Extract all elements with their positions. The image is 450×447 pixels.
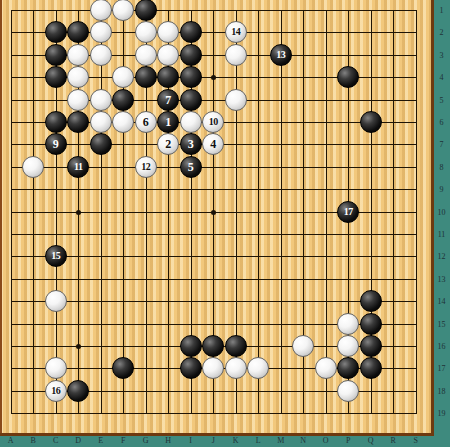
- stone-move-number: 3: [181, 134, 201, 154]
- column-label: O: [318, 436, 334, 446]
- stone-move-number: 5: [181, 157, 201, 177]
- go-stone-white[interactable]: [225, 44, 247, 66]
- go-stone-black[interactable]: 15: [45, 245, 67, 267]
- column-label: I: [183, 436, 199, 446]
- go-stone-white[interactable]: [22, 156, 44, 178]
- go-stone-white[interactable]: [135, 21, 157, 43]
- stone-move-number: 14: [226, 22, 246, 42]
- row-label: 5: [433, 96, 450, 105]
- go-stone-black[interactable]: [45, 66, 67, 88]
- go-stone-black[interactable]: [360, 290, 382, 312]
- column-label: J: [205, 436, 221, 446]
- stone-move-number: 11: [68, 157, 88, 177]
- column-label: R: [385, 436, 401, 446]
- column-label: F: [115, 436, 131, 446]
- go-stone-white[interactable]: [45, 357, 67, 379]
- row-label: 1: [433, 6, 450, 15]
- row-label: 18: [433, 387, 450, 396]
- grid-line-vertical: [393, 10, 394, 414]
- go-stone-white[interactable]: [90, 21, 112, 43]
- go-stone-black[interactable]: [67, 380, 89, 402]
- go-stone-black[interactable]: 9: [45, 133, 67, 155]
- go-stone-white[interactable]: [157, 44, 179, 66]
- go-stone-black[interactable]: [45, 44, 67, 66]
- column-label: Q: [363, 436, 379, 446]
- go-stone-white[interactable]: [337, 380, 359, 402]
- row-label: 4: [433, 73, 450, 82]
- go-stone-white[interactable]: 2: [157, 133, 179, 155]
- go-stone-white[interactable]: [67, 89, 89, 111]
- row-label: 8: [433, 163, 450, 172]
- stone-move-number: 10: [203, 112, 223, 132]
- go-stone-white[interactable]: [90, 44, 112, 66]
- go-stone-black[interactable]: [45, 111, 67, 133]
- go-stone-black[interactable]: 13: [270, 44, 292, 66]
- go-stone-black[interactable]: [135, 66, 157, 88]
- go-stone-black[interactable]: [180, 21, 202, 43]
- go-diagram: { "game": "go", "board": { "size": 19, "…: [0, 0, 450, 447]
- stone-move-number: 9: [46, 134, 66, 154]
- go-stone-white[interactable]: [135, 44, 157, 66]
- row-label: 6: [433, 118, 450, 127]
- go-stone-black[interactable]: 1: [157, 111, 179, 133]
- go-stone-black[interactable]: [45, 21, 67, 43]
- column-label: D: [70, 436, 86, 446]
- row-label: 7: [433, 140, 450, 149]
- grid-line-vertical: [326, 10, 327, 414]
- column-label: N: [295, 436, 311, 446]
- column-label: M: [273, 436, 289, 446]
- go-stone-white[interactable]: [45, 290, 67, 312]
- go-stone-white[interactable]: 12: [135, 156, 157, 178]
- grid-line-horizontal: [11, 279, 417, 280]
- column-label: L: [250, 436, 266, 446]
- row-label: 15: [433, 320, 450, 329]
- row-label: 13: [433, 275, 450, 284]
- stone-move-number: 17: [338, 202, 358, 222]
- row-label: 2: [433, 28, 450, 37]
- go-stone-black[interactable]: [360, 357, 382, 379]
- go-stone-black[interactable]: [90, 133, 112, 155]
- grid-line-horizontal: [11, 234, 417, 235]
- go-stone-white[interactable]: 6: [135, 111, 157, 133]
- stone-move-number: 7: [158, 90, 178, 110]
- go-stone-black[interactable]: [360, 335, 382, 357]
- go-stone-black[interactable]: [180, 66, 202, 88]
- row-label: 11: [433, 230, 450, 239]
- go-stone-black[interactable]: [180, 335, 202, 357]
- row-label: 19: [433, 409, 450, 418]
- go-stone-black[interactable]: 11: [67, 156, 89, 178]
- go-stone-black[interactable]: 7: [157, 89, 179, 111]
- go-stone-white[interactable]: 4: [202, 133, 224, 155]
- column-label: P: [340, 436, 356, 446]
- column-label: E: [93, 436, 109, 446]
- go-stone-white[interactable]: [90, 111, 112, 133]
- go-stone-white[interactable]: [225, 357, 247, 379]
- stone-move-number: 12: [136, 157, 156, 177]
- go-stone-black[interactable]: [360, 111, 382, 133]
- go-stone-white[interactable]: [90, 0, 112, 21]
- grid-line-horizontal: [11, 256, 417, 257]
- column-label: A: [3, 436, 19, 446]
- grid-line-horizontal: [11, 301, 417, 302]
- stone-move-number: 2: [158, 134, 178, 154]
- go-stone-white[interactable]: 14: [225, 21, 247, 43]
- column-label: G: [138, 436, 154, 446]
- stone-move-number: 13: [271, 45, 291, 65]
- board-left-edge: [0, 0, 2, 434]
- go-stone-white[interactable]: [225, 89, 247, 111]
- go-stone-white[interactable]: [180, 111, 202, 133]
- row-label: 12: [433, 252, 450, 261]
- grid-line-vertical: [281, 10, 282, 414]
- row-label: 10: [433, 208, 450, 217]
- go-stone-black[interactable]: 5: [180, 156, 202, 178]
- hoshi-point: [211, 210, 216, 215]
- go-stone-white[interactable]: 16: [45, 380, 67, 402]
- row-label: 3: [433, 51, 450, 60]
- row-label: 17: [433, 364, 450, 373]
- stone-move-number: 16: [46, 381, 66, 401]
- grid-line-horizontal: [11, 413, 417, 414]
- stone-move-number: 1: [158, 112, 178, 132]
- go-stone-white[interactable]: [337, 313, 359, 335]
- go-stone-black[interactable]: [360, 313, 382, 335]
- go-stone-black[interactable]: [135, 0, 157, 21]
- go-stone-black[interactable]: [180, 357, 202, 379]
- row-label: 16: [433, 342, 450, 351]
- hoshi-point: [76, 210, 81, 215]
- column-label: B: [25, 436, 41, 446]
- go-stone-black[interactable]: [180, 89, 202, 111]
- grid-line-vertical: [258, 10, 259, 414]
- stone-move-number: 6: [136, 112, 156, 132]
- row-label: 14: [433, 297, 450, 306]
- stone-move-number: 4: [203, 134, 223, 154]
- go-stone-black[interactable]: [112, 89, 134, 111]
- go-stone-black[interactable]: [225, 335, 247, 357]
- column-label: K: [228, 436, 244, 446]
- go-stone-black[interactable]: [180, 44, 202, 66]
- column-label: H: [160, 436, 176, 446]
- row-label: 9: [433, 185, 450, 194]
- go-stone-black[interactable]: 17: [337, 201, 359, 223]
- go-stone-white[interactable]: [315, 357, 337, 379]
- stone-move-number: 15: [46, 246, 66, 266]
- column-label: S: [408, 436, 424, 446]
- go-stone-white[interactable]: [90, 89, 112, 111]
- go-stone-black[interactable]: 3: [180, 133, 202, 155]
- go-stone-white[interactable]: [67, 44, 89, 66]
- go-stone-white[interactable]: 10: [202, 111, 224, 133]
- grid-line-vertical: [416, 10, 417, 414]
- column-label: C: [48, 436, 64, 446]
